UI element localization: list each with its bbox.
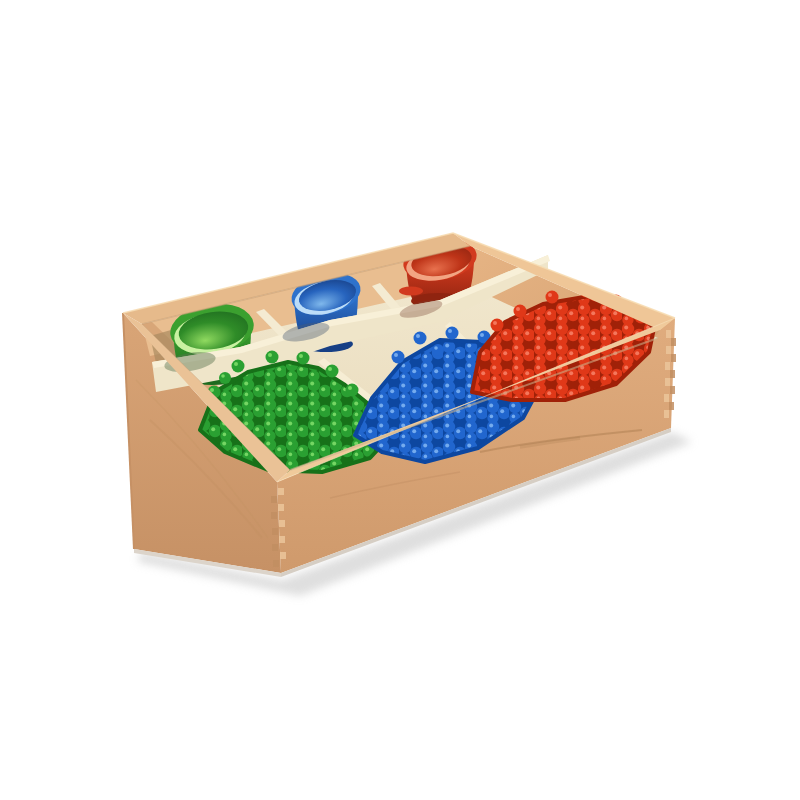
pegs-box-photo — [0, 0, 800, 800]
red-cup-second-rim — [399, 287, 423, 296]
photo-stage — [0, 0, 800, 800]
